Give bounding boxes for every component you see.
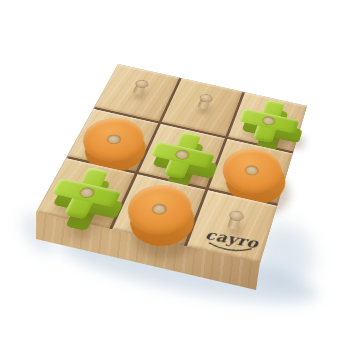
product-photo: cayro: [0, 0, 360, 360]
